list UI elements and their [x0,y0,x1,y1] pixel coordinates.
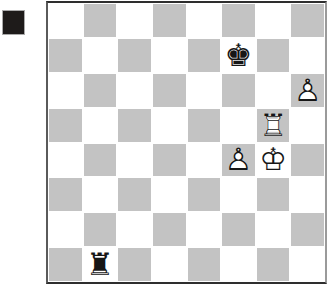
square-d6[interactable] [152,73,187,108]
square-b6[interactable] [83,73,118,108]
white-pawn-glyph: ♙ [294,72,322,108]
square-h1[interactable] [290,247,325,282]
square-c8[interactable] [117,3,152,38]
square-f6[interactable] [221,73,256,108]
square-e8[interactable] [187,3,222,38]
square-c6[interactable] [117,73,152,108]
square-a3[interactable] [48,177,83,212]
square-g7[interactable] [256,38,291,73]
square-a5[interactable] [48,108,83,143]
square-d7[interactable] [152,38,187,73]
white-pawn[interactable]: ♟♙ [294,75,322,106]
white-pawn-glyph: ♙ [225,141,253,177]
square-h2[interactable] [290,212,325,247]
white-king[interactable]: ♚♔ [259,144,287,175]
square-d1[interactable] [152,247,187,282]
square-h8[interactable] [290,3,325,38]
square-h5[interactable] [290,108,325,143]
square-b7[interactable] [83,38,118,73]
square-c5[interactable] [117,108,152,143]
square-g6[interactable] [256,73,291,108]
square-f4[interactable]: ♟♙ [221,143,256,178]
square-b3[interactable] [83,177,118,212]
square-e3[interactable] [187,177,222,212]
square-e7[interactable] [187,38,222,73]
square-d2[interactable] [152,212,187,247]
square-b1[interactable]: ♜ [83,247,118,282]
square-e6[interactable] [187,73,222,108]
square-e1[interactable] [187,247,222,282]
square-c1[interactable] [117,247,152,282]
square-d3[interactable] [152,177,187,212]
white-king-glyph: ♔ [259,141,287,177]
square-g5[interactable]: ♜♖ [256,108,291,143]
square-f3[interactable] [221,177,256,212]
square-f5[interactable] [221,108,256,143]
chess-diagram: ♚♟♙♜♖♟♙♚♔♜ [0,0,329,285]
square-b8[interactable] [83,3,118,38]
chess-board: ♚♟♙♜♖♟♙♚♔♜ [46,1,327,284]
square-g4[interactable]: ♚♔ [256,143,291,178]
square-c3[interactable] [117,177,152,212]
square-g3[interactable] [256,177,291,212]
square-f8[interactable] [221,3,256,38]
square-e4[interactable] [187,143,222,178]
square-f2[interactable] [221,212,256,247]
square-e5[interactable] [187,108,222,143]
square-d4[interactable] [152,143,187,178]
square-h6[interactable]: ♟♙ [290,73,325,108]
square-g8[interactable] [256,3,291,38]
square-f7[interactable]: ♚ [221,38,256,73]
square-g2[interactable] [256,212,291,247]
square-h3[interactable] [290,177,325,212]
white-pawn[interactable]: ♟♙ [225,144,253,175]
square-a4[interactable] [48,143,83,178]
black-to-move-indicator [2,10,25,35]
square-h7[interactable] [290,38,325,73]
square-a1[interactable] [48,247,83,282]
black-rook[interactable]: ♜ [86,249,114,280]
square-b5[interactable] [83,108,118,143]
square-a8[interactable] [48,3,83,38]
square-e2[interactable] [187,212,222,247]
square-h4[interactable] [290,143,325,178]
square-f1[interactable] [221,247,256,282]
square-a7[interactable] [48,38,83,73]
square-a2[interactable] [48,212,83,247]
square-a6[interactable] [48,73,83,108]
square-b2[interactable] [83,212,118,247]
square-b4[interactable] [83,143,118,178]
black-king[interactable]: ♚ [225,40,253,71]
white-rook-glyph: ♖ [259,107,287,143]
square-d5[interactable] [152,108,187,143]
square-g1[interactable] [256,247,291,282]
white-rook[interactable]: ♜♖ [259,110,287,141]
square-c7[interactable] [117,38,152,73]
square-d8[interactable] [152,3,187,38]
square-c4[interactable] [117,143,152,178]
square-c2[interactable] [117,212,152,247]
